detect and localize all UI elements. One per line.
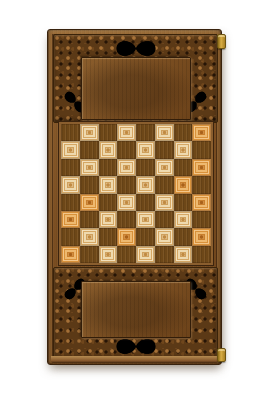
square-inlay-ornament — [137, 247, 154, 262]
square-c5 — [99, 176, 118, 193]
square-inlay-ornament — [137, 212, 154, 227]
square-e3 — [136, 211, 155, 228]
square-a8 — [61, 124, 80, 141]
square-b4 — [80, 194, 99, 211]
case-bottom-edge — [51, 356, 218, 363]
square-d5 — [117, 176, 136, 193]
square-c6 — [99, 159, 118, 176]
square-d3 — [117, 211, 136, 228]
top-carved-section — [53, 34, 218, 123]
square-b2 — [80, 228, 99, 245]
square-f2 — [155, 228, 174, 245]
square-g7 — [174, 141, 193, 158]
square-inlay-ornament — [118, 229, 135, 244]
square-a4 — [61, 194, 80, 211]
square-c8 — [99, 124, 118, 141]
square-e8 — [136, 124, 155, 141]
square-c4 — [99, 194, 118, 211]
square-h6 — [192, 159, 211, 176]
square-a5 — [61, 176, 80, 193]
square-f3 — [155, 211, 174, 228]
square-e7 — [136, 141, 155, 158]
square-inlay-ornament — [175, 212, 192, 227]
square-a3 — [61, 211, 80, 228]
square-inlay-ornament — [100, 247, 117, 262]
square-inlay-ornament — [118, 125, 135, 140]
square-inlay-ornament — [118, 195, 135, 210]
square-d6 — [117, 159, 136, 176]
square-inlay-ornament — [100, 177, 117, 192]
square-b5 — [80, 176, 99, 193]
square-inlay-ornament — [81, 229, 98, 244]
square-f8 — [155, 124, 174, 141]
square-inlay-ornament — [156, 125, 173, 140]
square-g1 — [174, 246, 193, 263]
square-g2 — [174, 228, 193, 245]
square-inlay-ornament — [118, 160, 135, 175]
bottom-carved-section — [53, 267, 218, 361]
chess-board — [59, 122, 213, 265]
square-c3 — [99, 211, 118, 228]
square-e5 — [136, 176, 155, 193]
square-inlay-ornament — [81, 195, 98, 210]
square-e6 — [136, 159, 155, 176]
square-inlay-ornament — [62, 142, 79, 157]
square-d4 — [117, 194, 136, 211]
square-inlay-ornament — [62, 247, 79, 262]
square-g4 — [174, 194, 193, 211]
square-g5 — [174, 176, 193, 193]
square-inlay-ornament — [62, 212, 79, 227]
square-h3 — [192, 211, 211, 228]
brass-hinge-top — [217, 34, 226, 49]
square-c1 — [99, 246, 118, 263]
square-c2 — [99, 228, 118, 245]
square-g8 — [174, 124, 193, 141]
square-b7 — [80, 141, 99, 158]
square-h4 — [192, 194, 211, 211]
square-inlay-ornament — [175, 247, 192, 262]
square-a1 — [61, 246, 80, 263]
square-inlay-ornament — [193, 125, 210, 140]
square-f7 — [155, 141, 174, 158]
square-e2 — [136, 228, 155, 245]
square-e4 — [136, 194, 155, 211]
square-h8 — [192, 124, 211, 141]
square-inlay-ornament — [175, 177, 192, 192]
square-b6 — [80, 159, 99, 176]
square-d2 — [117, 228, 136, 245]
square-b1 — [80, 246, 99, 263]
square-a7 — [61, 141, 80, 158]
square-inlay-ornament — [81, 160, 98, 175]
square-inlay-ornament — [193, 195, 210, 210]
square-a6 — [61, 159, 80, 176]
square-b3 — [80, 211, 99, 228]
square-e1 — [136, 246, 155, 263]
square-b8 — [80, 124, 99, 141]
square-inlay-ornament — [193, 229, 210, 244]
square-inlay-ornament — [156, 229, 173, 244]
square-inlay-ornament — [100, 212, 117, 227]
square-f5 — [155, 176, 174, 193]
square-inlay-ornament — [81, 125, 98, 140]
square-d1 — [117, 246, 136, 263]
square-h5 — [192, 176, 211, 193]
brass-hinge-bottom — [217, 348, 226, 362]
square-inlay-ornament — [156, 160, 173, 175]
square-inlay-ornament — [100, 142, 117, 157]
square-inlay-ornament — [175, 142, 192, 157]
square-inlay-ornament — [137, 142, 154, 157]
chess-case — [47, 29, 222, 365]
square-h2 — [192, 228, 211, 245]
square-inlay-ornament — [193, 160, 210, 175]
bottom-wood-panel — [81, 281, 191, 338]
square-inlay-ornament — [156, 195, 173, 210]
product-photo — [0, 0, 265, 398]
square-f4 — [155, 194, 174, 211]
square-h7 — [192, 141, 211, 158]
square-c7 — [99, 141, 118, 158]
square-f1 — [155, 246, 174, 263]
square-d8 — [117, 124, 136, 141]
square-d7 — [117, 141, 136, 158]
square-a2 — [61, 228, 80, 245]
square-f6 — [155, 159, 174, 176]
top-wood-panel — [81, 57, 191, 120]
square-g3 — [174, 211, 193, 228]
square-inlay-ornament — [137, 177, 154, 192]
square-g6 — [174, 159, 193, 176]
square-inlay-ornament — [62, 177, 79, 192]
